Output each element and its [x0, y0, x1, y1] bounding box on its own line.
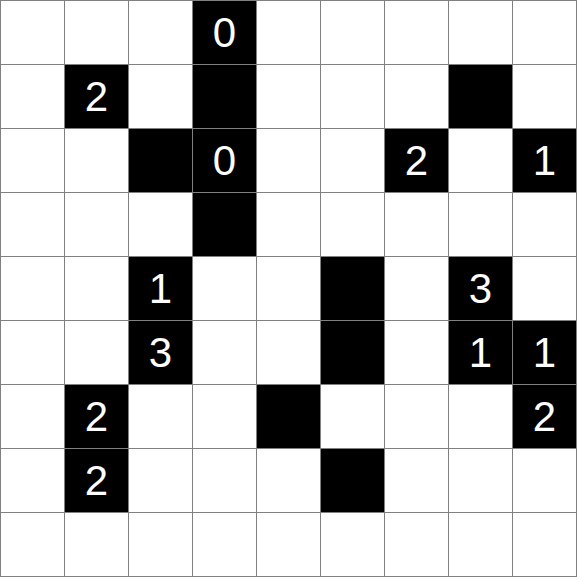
white-cell[interactable]: [257, 513, 320, 576]
black-cell: [449, 65, 512, 128]
white-cell[interactable]: [193, 385, 256, 448]
white-cell[interactable]: [257, 321, 320, 384]
black-clue-cell: 2: [65, 65, 128, 128]
white-cell[interactable]: [65, 257, 128, 320]
clue-number: 3: [149, 332, 172, 374]
clue-number: 2: [405, 140, 428, 182]
white-cell[interactable]: [193, 449, 256, 512]
white-cell[interactable]: [321, 1, 384, 64]
white-cell[interactable]: [513, 257, 576, 320]
white-cell[interactable]: [1, 385, 64, 448]
white-cell[interactable]: [513, 65, 576, 128]
white-cell[interactable]: [1, 65, 64, 128]
white-cell[interactable]: [513, 449, 576, 512]
white-cell[interactable]: [257, 65, 320, 128]
white-cell[interactable]: [321, 65, 384, 128]
akari-board: 0202113311222: [0, 0, 577, 577]
black-clue-cell: 0: [193, 1, 256, 64]
white-cell[interactable]: [257, 257, 320, 320]
black-clue-cell: 2: [65, 385, 128, 448]
clue-number: 2: [85, 396, 108, 438]
clue-number: 2: [85, 460, 108, 502]
white-cell[interactable]: [257, 449, 320, 512]
white-cell[interactable]: [65, 321, 128, 384]
white-cell[interactable]: [1, 513, 64, 576]
white-cell[interactable]: [65, 193, 128, 256]
white-cell[interactable]: [257, 129, 320, 192]
white-cell[interactable]: [193, 513, 256, 576]
black-clue-cell: 1: [129, 257, 192, 320]
white-cell[interactable]: [1, 257, 64, 320]
white-cell[interactable]: [513, 513, 576, 576]
clue-number: 1: [533, 140, 556, 182]
white-cell[interactable]: [1, 449, 64, 512]
white-cell[interactable]: [1, 129, 64, 192]
white-cell[interactable]: [257, 1, 320, 64]
clue-number: 2: [533, 396, 556, 438]
clue-number: 1: [533, 332, 556, 374]
white-cell[interactable]: [129, 449, 192, 512]
black-cell: [193, 65, 256, 128]
white-cell[interactable]: [513, 1, 576, 64]
white-cell[interactable]: [385, 193, 448, 256]
white-cell[interactable]: [321, 193, 384, 256]
black-clue-cell: 2: [65, 449, 128, 512]
clue-number: 1: [149, 268, 172, 310]
white-cell[interactable]: [321, 513, 384, 576]
black-clue-cell: 2: [513, 385, 576, 448]
white-cell[interactable]: [1, 193, 64, 256]
white-cell[interactable]: [385, 65, 448, 128]
black-clue-cell: 1: [513, 129, 576, 192]
white-cell[interactable]: [385, 385, 448, 448]
white-cell[interactable]: [129, 1, 192, 64]
white-cell[interactable]: [257, 193, 320, 256]
black-cell: [257, 385, 320, 448]
white-cell[interactable]: [449, 129, 512, 192]
black-cell: [193, 193, 256, 256]
white-cell[interactable]: [385, 513, 448, 576]
black-clue-cell: 1: [513, 321, 576, 384]
white-cell[interactable]: [385, 321, 448, 384]
white-cell[interactable]: [449, 449, 512, 512]
clue-number: 1: [469, 332, 492, 374]
black-clue-cell: 3: [129, 321, 192, 384]
clue-number: 0: [213, 12, 236, 54]
white-cell[interactable]: [129, 385, 192, 448]
white-cell[interactable]: [449, 385, 512, 448]
black-clue-cell: 2: [385, 129, 448, 192]
white-cell[interactable]: [193, 257, 256, 320]
white-cell[interactable]: [129, 193, 192, 256]
white-cell[interactable]: [385, 449, 448, 512]
white-cell[interactable]: [321, 385, 384, 448]
white-cell[interactable]: [449, 193, 512, 256]
white-cell[interactable]: [129, 65, 192, 128]
black-cell: [321, 257, 384, 320]
white-cell[interactable]: [321, 129, 384, 192]
black-clue-cell: 1: [449, 321, 512, 384]
clue-number: 3: [469, 268, 492, 310]
white-cell[interactable]: [385, 1, 448, 64]
white-cell[interactable]: [385, 257, 448, 320]
white-cell[interactable]: [449, 1, 512, 64]
black-cell: [321, 321, 384, 384]
clue-number: 2: [85, 76, 108, 118]
white-cell[interactable]: [513, 193, 576, 256]
white-cell[interactable]: [65, 129, 128, 192]
white-cell[interactable]: [65, 1, 128, 64]
black-cell: [129, 129, 192, 192]
white-cell[interactable]: [449, 513, 512, 576]
clue-number: 0: [213, 140, 236, 182]
white-cell[interactable]: [1, 1, 64, 64]
white-cell[interactable]: [65, 513, 128, 576]
white-cell[interactable]: [1, 321, 64, 384]
black-clue-cell: 3: [449, 257, 512, 320]
white-cell[interactable]: [129, 513, 192, 576]
black-clue-cell: 0: [193, 129, 256, 192]
white-cell[interactable]: [193, 321, 256, 384]
black-cell: [321, 449, 384, 512]
